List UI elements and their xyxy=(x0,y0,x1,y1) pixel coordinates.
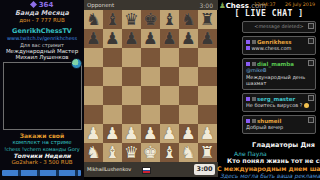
chat-message: Genrikhess www.chess.com xyxy=(242,36,316,55)
square-h4[interactable] xyxy=(198,86,217,105)
square-f8[interactable]: ♝ xyxy=(160,10,179,29)
square-g7[interactable]: ♟ xyxy=(179,29,198,48)
piece-white-bishop[interactable]: ♝ xyxy=(162,143,177,162)
overlay-gladiators-title: Гладиаторы Дня xyxy=(252,141,315,149)
piece-white-bishop[interactable]: ♝ xyxy=(105,143,120,162)
square-e2[interactable]: ♟ xyxy=(141,124,160,143)
chat-message: shumeil Добрый вечер xyxy=(242,115,316,134)
badge-icon xyxy=(252,40,256,44)
square-f7[interactable]: ♟ xyxy=(160,29,179,48)
chat-username[interactable]: serg_master xyxy=(257,96,295,102)
piece-black-pawn[interactable]: ♟ xyxy=(86,29,101,48)
square-b3[interactable] xyxy=(84,105,103,124)
piece-black-pawn[interactable]: ♟ xyxy=(181,29,196,48)
square-d6[interactable] xyxy=(122,48,141,67)
badge-icon xyxy=(252,62,256,66)
square-h1[interactable]: ♜ xyxy=(198,143,217,162)
badge-icon xyxy=(252,97,256,101)
square-b4[interactable] xyxy=(84,86,103,105)
square-c3[interactable] xyxy=(103,105,122,124)
piece-black-pawn[interactable]: ♟ xyxy=(124,29,139,48)
square-c5[interactable] xyxy=(103,67,122,86)
top-player-bar: Opponent 3:00 xyxy=(65,0,218,10)
close-icon[interactable] xyxy=(308,117,314,123)
live-chat-header: [ LIVE CHAT ] xyxy=(218,9,320,18)
sub-badge-icon xyxy=(246,97,250,101)
square-c7[interactable]: ♟ xyxy=(103,29,122,48)
piece-white-rook[interactable]: ♜ xyxy=(200,143,215,162)
bottom-player-name: MikhailLushenkov xyxy=(87,166,131,172)
square-g2[interactable]: ♟ xyxy=(179,124,198,143)
top-player-name: Opponent xyxy=(87,2,114,8)
square-e1[interactable]: ♚ xyxy=(141,143,160,162)
piece-black-king[interactable]: ♚ xyxy=(143,10,158,29)
square-b7[interactable]: ♟ xyxy=(84,29,103,48)
chat-text[interactable]: www.chess.com xyxy=(252,45,292,51)
piece-white-pawn[interactable]: ♟ xyxy=(86,124,101,143)
square-c6[interactable] xyxy=(103,48,122,67)
russia-flag-icon xyxy=(142,167,151,174)
square-d1[interactable]: ♛ xyxy=(122,143,141,162)
square-d7[interactable]: ♟ xyxy=(122,29,141,48)
chess-board[interactable]: ♜♞♝♛♚♝♞♜♟♟♟♟♟♟♟♟♟♟♟♟♟♟♟♟♜♞♝♛♚♝♞♜ xyxy=(65,10,217,162)
square-c8[interactable]: ♝ xyxy=(103,10,122,29)
square-c4[interactable] xyxy=(103,86,122,105)
piece-black-bishop[interactable]: ♝ xyxy=(105,10,120,29)
donation-progress-bar xyxy=(2,170,81,176)
bottom-player-clock: 3:00 xyxy=(194,164,215,175)
close-icon[interactable] xyxy=(308,60,314,66)
promo-line-1: Закажи свой xyxy=(0,132,84,139)
smiley-emoji-icon xyxy=(304,103,309,108)
square-f4[interactable] xyxy=(160,86,179,105)
stream-date: 26 July 2019 xyxy=(285,2,315,7)
viewers-icon xyxy=(30,1,37,8)
piece-black-knight[interactable]: ♞ xyxy=(86,10,101,29)
viewer-count: 364 xyxy=(0,1,84,9)
chat-username[interactable]: dial_mamba xyxy=(257,61,294,67)
chat-text: Добрый вечер xyxy=(246,124,283,130)
piece-white-king[interactable]: ♚ xyxy=(143,143,158,162)
band-of-month-title: Банда Месяца xyxy=(0,9,84,17)
square-e3[interactable] xyxy=(141,105,160,124)
chat-username[interactable]: shumeil xyxy=(257,118,281,124)
square-f3[interactable] xyxy=(160,105,179,124)
chat-text: Международный день шахмат xyxy=(246,74,305,87)
promo-line-2: комплект на стриме xyxy=(0,139,84,145)
piece-black-queen[interactable]: ♛ xyxy=(124,10,139,29)
streamer-title: Международный Мастер xyxy=(0,48,84,54)
piece-white-pawn[interactable]: ♟ xyxy=(124,124,139,143)
square-f5[interactable] xyxy=(160,67,179,86)
sub-badge-icon xyxy=(246,62,250,66)
stream-time: 13:04:37 xyxy=(254,2,276,7)
square-d2[interactable]: ♟ xyxy=(122,124,141,143)
square-c1[interactable]: ♝ xyxy=(103,143,122,162)
square-b1[interactable]: ♞ xyxy=(84,143,103,162)
piece-black-bishop[interactable]: ♝ xyxy=(162,10,177,29)
chat-username[interactable]: Genrikhess xyxy=(257,39,292,45)
square-d5[interactable] xyxy=(122,67,141,86)
chat-text: Не боитесь вирусов ? xyxy=(246,102,302,108)
square-f2[interactable]: ♟ xyxy=(160,124,179,143)
overlay-chess-day-greeting: С международным днем шахмат! xyxy=(217,165,320,172)
piece-white-pawn[interactable]: ♟ xyxy=(143,124,158,143)
square-b8[interactable]: ♞ xyxy=(84,10,103,29)
piece-white-queen[interactable]: ♛ xyxy=(124,143,139,162)
chat-mention[interactable]: @mikeB xyxy=(246,67,266,73)
square-b2[interactable]: ♟ xyxy=(84,124,103,143)
square-h2[interactable]: ♟ xyxy=(198,124,217,143)
square-h7[interactable]: ♟ xyxy=(198,29,217,48)
piece-white-pawn[interactable]: ♟ xyxy=(181,124,196,143)
promo-line-4: Топчики Недели xyxy=(0,152,84,159)
sub-badge-icon xyxy=(246,40,250,44)
square-h8[interactable]: ♜ xyxy=(198,10,217,29)
top-player-clock: 3:00 xyxy=(200,2,213,9)
square-h5[interactable] xyxy=(198,67,217,86)
piece-black-pawn[interactable]: ♟ xyxy=(162,29,177,48)
left-info-panel: 364 Банда Месяца дон - 7 777 RUB Genrikh… xyxy=(0,0,84,180)
square-g4[interactable] xyxy=(179,86,198,105)
square-e6[interactable] xyxy=(141,48,160,67)
chat-message: dial_mamba @mikeB Международный день шах… xyxy=(242,58,316,90)
chat-message: serg_master Не боитесь вирусов ? xyxy=(242,93,316,112)
square-f6[interactable] xyxy=(160,48,179,67)
square-d8[interactable]: ♛ xyxy=(122,10,141,29)
close-icon[interactable] xyxy=(308,38,314,44)
square-f1[interactable]: ♝ xyxy=(160,143,179,162)
sub-badge-icon xyxy=(246,119,250,123)
chat-message-deleted: <message deleted> xyxy=(242,21,316,33)
close-icon[interactable] xyxy=(308,23,314,29)
square-g1[interactable]: ♞ xyxy=(179,143,198,162)
piece-black-pawn[interactable]: ♟ xyxy=(200,29,215,48)
square-d3[interactable] xyxy=(122,105,141,124)
globe-icon xyxy=(71,58,82,69)
square-g5[interactable] xyxy=(179,67,198,86)
badge-icon xyxy=(252,119,256,123)
chat-messages: <message deleted> Genrikhess www.chess.c… xyxy=(242,21,316,134)
square-b5[interactable] xyxy=(84,67,103,86)
square-h3[interactable] xyxy=(198,105,217,124)
square-e7[interactable]: ♟ xyxy=(141,29,160,48)
promo-line-5: Go2shark - 3 500 RUB xyxy=(0,159,84,165)
piece-white-knight[interactable]: ♞ xyxy=(86,143,101,162)
square-h6[interactable] xyxy=(198,48,217,67)
donation-line: дон - 7 777 RUB xyxy=(0,17,84,23)
square-e4[interactable] xyxy=(141,86,160,105)
square-d4[interactable] xyxy=(122,86,141,105)
stream-screen: Opponent 3:00 ♜♞♝♛♚♝♞♜♟♟♟♟♟♟♟♟♟♟♟♟♟♟♟♟♜♞… xyxy=(0,0,320,180)
piece-black-pawn[interactable]: ♟ xyxy=(105,29,120,48)
square-b6[interactable] xyxy=(84,48,103,67)
square-g3[interactable] xyxy=(179,105,198,124)
webcam-frame xyxy=(3,62,82,130)
piece-white-pawn[interactable]: ♟ xyxy=(162,124,177,143)
overlay-gladiators-names: Але Паула xyxy=(234,150,267,157)
piece-white-knight[interactable]: ♞ xyxy=(181,143,196,162)
piece-black-rook[interactable]: ♜ xyxy=(200,10,215,29)
piece-black-pawn[interactable]: ♟ xyxy=(143,29,158,48)
overlay-quote: Кто понял жизнь тот не спешит! xyxy=(227,157,320,164)
piece-black-knight[interactable]: ♞ xyxy=(181,10,196,29)
square-g6[interactable] xyxy=(179,48,198,67)
channel-url-link[interactable]: www.twitch.tv/genrikhchess xyxy=(0,35,84,41)
piece-white-pawn[interactable]: ♟ xyxy=(105,124,120,143)
square-e5[interactable] xyxy=(141,67,160,86)
overlay-ad-placeholder: Здесь могла быть ваша реклама xyxy=(220,173,320,179)
square-e8[interactable]: ♚ xyxy=(141,10,160,29)
square-g8[interactable]: ♞ xyxy=(179,10,198,29)
link-badge-icon xyxy=(246,46,250,50)
square-c2[interactable]: ♟ xyxy=(103,124,122,143)
close-icon[interactable] xyxy=(308,95,314,101)
piece-white-pawn[interactable]: ♟ xyxy=(200,124,215,143)
bottom-player-bar: MikhailLushenkov 3:00 xyxy=(65,162,218,177)
